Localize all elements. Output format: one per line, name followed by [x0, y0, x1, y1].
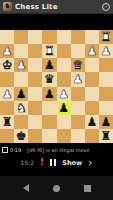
clock: 0:19 — [10, 147, 21, 153]
square-a1[interactable] — [0, 129, 14, 143]
square-a7[interactable]: ♟ — [0, 44, 14, 58]
square-g2[interactable]: ♟ — [85, 115, 99, 129]
square-b2[interactable] — [14, 115, 28, 129]
piece-white-pawn: ♟ — [2, 44, 13, 58]
piece-black-pawn: ♟ — [86, 115, 97, 129]
square-h2[interactable]: ♟ — [99, 115, 113, 129]
square-b7[interactable] — [14, 44, 28, 58]
piece-white-rook: ♜ — [101, 30, 112, 44]
piece-black-king: ♚ — [16, 129, 27, 143]
piece-white-pawn: ♟ — [101, 44, 112, 58]
square-g4[interactable] — [85, 87, 99, 101]
square-e1[interactable] — [57, 129, 71, 143]
square-a8[interactable] — [0, 30, 14, 44]
recents-icon[interactable] — [84, 185, 91, 192]
square-d2[interactable] — [42, 115, 56, 129]
piece-black-queen: ♛ — [44, 72, 55, 86]
piece-black-pawn: ♟ — [16, 87, 27, 101]
square-h7[interactable]: ♟ — [99, 44, 113, 58]
square-e3[interactable]: ♟ — [57, 101, 71, 115]
alert-icon: ! — [40, 158, 44, 167]
piece-black-pawn: ♟ — [44, 58, 55, 72]
square-d5[interactable]: ♛ — [42, 72, 56, 86]
square-g7[interactable]: ♟ — [85, 44, 99, 58]
square-h5[interactable] — [99, 72, 113, 86]
piece-black-pawn: ♟ — [101, 115, 112, 129]
square-f3[interactable] — [71, 101, 85, 115]
piece-black-pawn: ♟ — [44, 87, 55, 101]
square-d7[interactable]: ♜ — [42, 44, 56, 58]
square-e8[interactable] — [57, 30, 71, 44]
piece-white-pawn: ♟ — [86, 44, 97, 58]
square-g8[interactable] — [85, 30, 99, 44]
app-title: Chess Lite — [15, 3, 58, 11]
status-message: [d6-f6] is an illegal move — [27, 147, 89, 153]
square-e4[interactable]: ♟ — [57, 87, 71, 101]
square-d1[interactable] — [42, 129, 56, 143]
square-f7[interactable] — [71, 44, 85, 58]
piece-white-queen: ♛ — [72, 58, 83, 72]
square-a5[interactable] — [0, 72, 14, 86]
square-b5[interactable] — [14, 72, 28, 86]
square-f2[interactable] — [71, 115, 85, 129]
piece-white-knight: ♞ — [16, 101, 27, 115]
move-counter: 15:2 — [21, 159, 34, 166]
piece-white-pawn: ♟ — [2, 87, 13, 101]
piece-white-pawn: ♟ — [16, 58, 27, 72]
square-e7[interactable] — [57, 44, 71, 58]
square-d4[interactable]: ♟ — [42, 87, 56, 101]
square-c7[interactable] — [28, 44, 42, 58]
home-icon[interactable] — [53, 185, 60, 192]
chess-lite-app: ♞ Chess Lite i ♜♟♜♟♟♚♟♟♛♛♟♟♟♟♟♞♟♜♟♟♚♜ 0:… — [0, 0, 113, 200]
square-a6[interactable]: ♚ — [0, 58, 14, 72]
controls-row: 15:2 ! Show › — [0, 155, 113, 170]
android-nav-bar — [0, 176, 113, 200]
square-a4[interactable]: ♟ — [0, 87, 14, 101]
info-icon[interactable]: i — [102, 3, 110, 11]
piece-black-rook: ♜ — [101, 129, 112, 143]
back-icon[interactable] — [23, 184, 29, 192]
square-d8[interactable] — [42, 30, 56, 44]
square-f6[interactable]: ♛ — [71, 58, 85, 72]
square-h6[interactable] — [99, 58, 113, 72]
square-b3[interactable]: ♞ — [14, 101, 28, 115]
square-e5[interactable] — [57, 72, 71, 86]
square-b1[interactable]: ♚ — [14, 129, 28, 143]
square-f4[interactable] — [71, 87, 85, 101]
square-c4[interactable] — [28, 87, 42, 101]
square-c8[interactable] — [28, 30, 42, 44]
square-b6[interactable]: ♟ — [14, 58, 28, 72]
title-bar: ♞ Chess Lite i — [0, 0, 113, 14]
square-f5[interactable]: ♟ — [71, 72, 85, 86]
square-b8[interactable] — [14, 30, 28, 44]
piece-white-king: ♚ — [2, 58, 13, 72]
stop-icon — [2, 147, 8, 153]
next-move-button[interactable]: › — [88, 159, 92, 167]
status-row: 0:19 [d6-f6] is an illegal move — [0, 145, 113, 154]
piece-black-pawn: ♟ — [58, 101, 69, 115]
square-d6[interactable]: ♟ — [42, 58, 56, 72]
piece-white-rook: ♜ — [44, 44, 55, 58]
piece-white-pawn: ♟ — [72, 72, 83, 86]
square-h8[interactable]: ♜ — [99, 30, 113, 44]
square-g5[interactable] — [85, 72, 99, 86]
square-h3[interactable] — [99, 101, 113, 115]
piece-black-rook: ♜ — [2, 115, 13, 129]
square-c2[interactable] — [28, 115, 42, 129]
square-h1[interactable]: ♜ — [99, 129, 113, 143]
square-g3[interactable] — [85, 101, 99, 115]
app-icon: ♞ — [3, 2, 12, 11]
piece-white-pawn: ♟ — [58, 87, 69, 101]
square-g1[interactable] — [85, 129, 99, 143]
square-e2[interactable] — [57, 115, 71, 129]
square-c3[interactable] — [28, 101, 42, 115]
square-c6[interactable] — [28, 58, 42, 72]
square-a2[interactable]: ♜ — [0, 115, 14, 129]
square-e6[interactable] — [57, 58, 71, 72]
square-h4[interactable] — [99, 87, 113, 101]
square-c1[interactable] — [28, 129, 42, 143]
square-g6[interactable] — [85, 58, 99, 72]
pause-button[interactable] — [50, 159, 56, 166]
show-button[interactable]: Show — [62, 159, 82, 167]
square-f8[interactable] — [71, 30, 85, 44]
square-a3[interactable] — [0, 101, 14, 115]
square-c5[interactable] — [28, 72, 42, 86]
chess-board: ♜♟♜♟♟♚♟♟♛♛♟♟♟♟♟♞♟♜♟♟♚♜ — [0, 30, 113, 143]
square-b4[interactable]: ♟ — [14, 87, 28, 101]
square-f1[interactable] — [71, 129, 85, 143]
square-d3[interactable] — [42, 101, 56, 115]
